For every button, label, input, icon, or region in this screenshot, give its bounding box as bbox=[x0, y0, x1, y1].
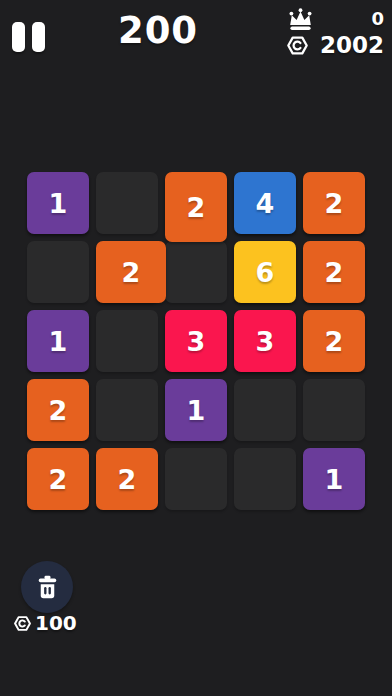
tile-6[interactable]: 6 bbox=[234, 241, 296, 303]
coins-value: 2002 bbox=[320, 34, 384, 57]
board-cell bbox=[96, 379, 158, 441]
tile-2[interactable]: 2 bbox=[165, 172, 227, 242]
board-cell bbox=[96, 310, 158, 372]
trash-button[interactable] bbox=[21, 561, 73, 613]
tile-2[interactable]: 2 bbox=[96, 448, 158, 510]
coins-row: 2002 bbox=[287, 33, 384, 57]
header-stats: 0 2002 bbox=[287, 8, 384, 57]
board-cell bbox=[96, 172, 158, 234]
pause-button[interactable] bbox=[12, 21, 46, 52]
coin-icon bbox=[287, 35, 308, 56]
tile-2[interactable]: 2 bbox=[27, 379, 89, 441]
crown-icon bbox=[287, 8, 314, 31]
best-score-row: 0 bbox=[287, 8, 384, 30]
board-cell bbox=[303, 379, 365, 441]
tile-1[interactable]: 1 bbox=[165, 379, 227, 441]
tile-2[interactable]: 2 bbox=[303, 172, 365, 234]
game-board: 1242262133221221 bbox=[27, 172, 365, 510]
tile-2[interactable]: 2 bbox=[303, 241, 365, 303]
board-cell bbox=[234, 379, 296, 441]
board-cell bbox=[234, 448, 296, 510]
game-screen: 200 0 bbox=[0, 0, 392, 696]
pause-icon bbox=[12, 21, 45, 52]
tile-2[interactable]: 2 bbox=[27, 448, 89, 510]
trash-icon bbox=[34, 574, 61, 601]
tile-2[interactable]: 2 bbox=[96, 241, 166, 303]
best-score-value: 0 bbox=[371, 10, 384, 28]
tile-2[interactable]: 2 bbox=[303, 310, 365, 372]
coin-icon bbox=[14, 615, 31, 632]
top-bar: 200 0 bbox=[0, 0, 392, 70]
tile-4[interactable]: 4 bbox=[234, 172, 296, 234]
score-value: 200 bbox=[118, 12, 198, 50]
tile-1[interactable]: 1 bbox=[27, 172, 89, 234]
tile-3[interactable]: 3 bbox=[165, 310, 227, 372]
board-cell bbox=[27, 241, 89, 303]
trash-cost: 100 bbox=[14, 613, 77, 633]
board-cell bbox=[165, 241, 227, 303]
tile-1[interactable]: 1 bbox=[27, 310, 89, 372]
trash-cost-value: 100 bbox=[35, 613, 77, 633]
tile-1[interactable]: 1 bbox=[303, 448, 365, 510]
tile-3[interactable]: 3 bbox=[234, 310, 296, 372]
board-cell bbox=[165, 448, 227, 510]
